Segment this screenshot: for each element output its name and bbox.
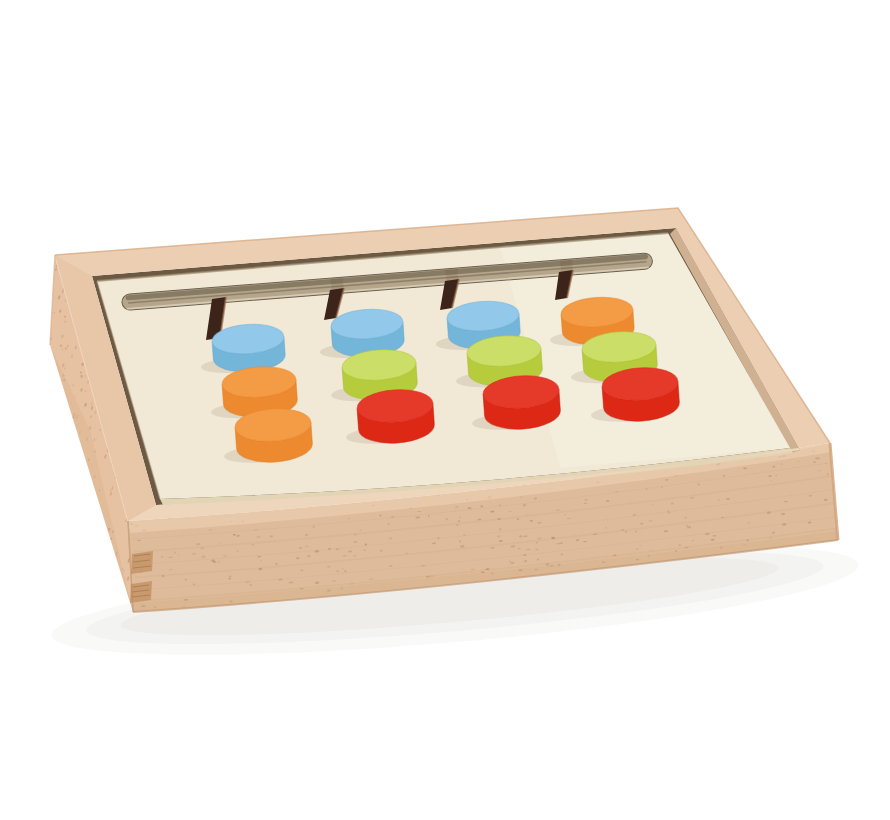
sorting-puzzle-scene <box>0 0 890 820</box>
product-photo-stage <box>0 0 890 820</box>
